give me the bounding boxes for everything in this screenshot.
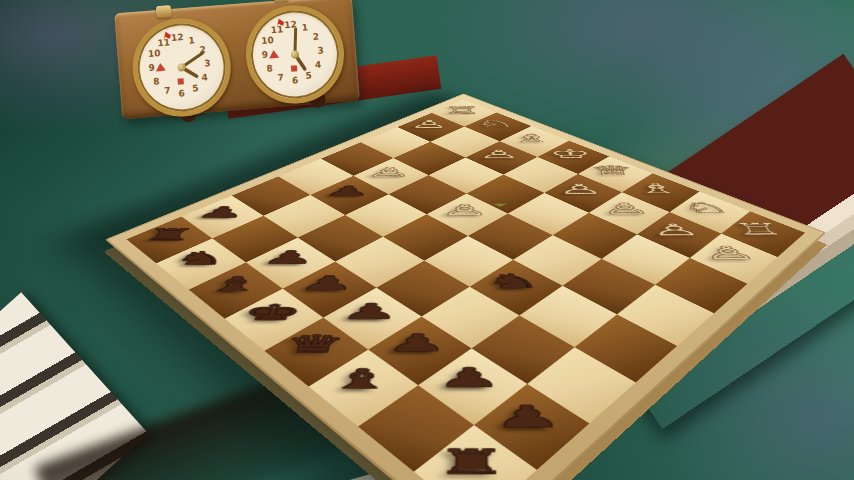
black-pawn-e7[interactable]: ♟ [298,273,358,293]
clock-logo-triangle [269,50,280,59]
square-c4[interactable] [513,235,601,286]
clock-numeral-8: 8 [153,76,160,86]
black-rook-a8[interactable]: ♜ [435,445,509,479]
clock-numeral-7: 7 [164,86,171,96]
white-pawn-d2[interactable]: ♙ [556,182,605,196]
white-pawn-e4[interactable]: ♙ [440,203,488,218]
clock-numeral-10: 10 [261,35,274,46]
clock-numeral-3: 3 [317,45,324,55]
black-pawn-c7[interactable]: ♟ [385,331,447,355]
square-b3[interactable] [602,234,690,284]
white-queen-d1[interactable]: ♕ [588,164,636,177]
square-c5[interactable]: ♞ [470,260,563,316]
white-pawn-c2[interactable]: ♙ [600,201,652,216]
clock-numeral-10: 10 [148,48,161,59]
clock-numeral-1: 1 [188,35,195,45]
black-pawn-a7[interactable]: ♟ [493,402,563,432]
square-c7[interactable]: ♟ [368,317,471,386]
clock-logo-square [291,65,297,71]
black-pawn-g5[interactable]: ♟ [323,184,372,198]
square-e6[interactable] [335,237,424,288]
black-pawn-d7[interactable]: ♟ [339,301,400,323]
clock-numeral-6: 6 [178,88,185,98]
white-pawn-b2[interactable]: ♙ [647,222,703,238]
white-pawn-f2[interactable]: ♙ [478,148,521,160]
clock-numeral-3: 3 [204,58,211,68]
clock-numeral-9: 9 [261,50,268,60]
clock-numeral-8: 8 [266,63,273,73]
clock-numeral-5: 5 [192,83,199,93]
black-pawn-f7[interactable]: ♟ [260,248,318,266]
square-b6[interactable] [472,315,575,383]
clock-logo-triangle [155,63,166,72]
black-king-e8[interactable]: ♚ [240,302,305,324]
white-knight-g1[interactable]: ♘ [476,119,516,129]
clock-numeral-4: 4 [315,59,322,69]
black-bishop-f8[interactable]: ♝ [203,274,266,294]
white-bishop-f1[interactable]: ♗ [511,133,553,144]
white-knight-b1[interactable]: ♘ [679,200,734,215]
white-pawn-g4[interactable]: ♙ [366,166,412,179]
square-b4[interactable] [563,259,656,315]
white-bishop-c1[interactable]: ♗ [632,182,683,196]
white-pawn-a2[interactable]: ♙ [699,244,759,262]
clock-numeral-4: 4 [201,72,208,82]
clock-plunger-button-left[interactable] [156,5,172,18]
black-bishop-c8[interactable]: ♝ [326,366,394,393]
white-king-e1[interactable]: ♔ [548,148,593,160]
black-pawn-h7[interactable]: ♟ [194,205,249,220]
clock-logo-square [178,78,184,84]
clock-numeral-9: 9 [148,63,155,73]
square-a8[interactable]: ♜ [414,425,537,480]
square-d5[interactable] [424,236,513,287]
clock-numeral-2: 2 [312,32,319,42]
white-rook-h1[interactable]: ♖ [443,105,482,115]
white-pawn-h2[interactable]: ♙ [409,119,449,129]
square-c6[interactable] [422,287,520,349]
clock-numeral-1: 1 [301,22,308,32]
square-f7[interactable]: ♟ [246,238,335,289]
black-queen-d8[interactable]: ♛ [281,332,348,356]
last-move-marker-icon [494,204,507,207]
square-b7[interactable]: ♟ [418,348,527,425]
game-scene: gS 123456789101112⚑ 123456789101112⚑ ♖♘♗… [0,0,854,480]
black-pawn-b7[interactable]: ♟ [437,364,502,391]
clock-numeral-5: 5 [305,70,312,80]
white-rook-a1[interactable]: ♖ [729,221,788,237]
clock-numeral-7: 7 [277,73,284,83]
clock-numeral-6: 6 [292,75,299,85]
black-knight-g8[interactable]: ♞ [169,249,230,267]
chess-clock: 123456789101112⚑ 123456789101112⚑ [114,0,360,119]
